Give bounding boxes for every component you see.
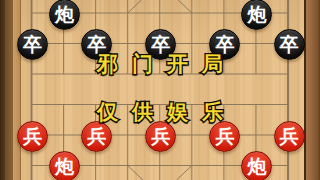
red-soldier-piece[interactable]: 兵: [17, 121, 48, 152]
black-cannon-piece[interactable]: 炮: [241, 0, 272, 30]
red-soldier-piece[interactable]: 兵: [209, 121, 240, 152]
caption-subtitle-char: 仅: [97, 99, 118, 125]
black-cannon-piece[interactable]: 炮: [49, 0, 80, 30]
caption-subtitle: 仅供娱乐: [0, 99, 320, 125]
caption-subtitle-char: 供: [132, 99, 153, 125]
caption-title: 邪门开局: [0, 51, 320, 77]
xiangqi-board: 炮炮卒卒卒卒卒兵兵兵兵兵炮炮 邪门开局 仅供娱乐: [0, 0, 320, 180]
caption-subtitle-char: 乐: [202, 99, 223, 125]
caption-title-char: 门: [132, 51, 153, 77]
caption-title-char: 邪: [97, 51, 118, 77]
board-grid-lines: [0, 0, 320, 180]
caption-title-char: 局: [202, 51, 223, 77]
red-cannon-piece[interactable]: 炮: [241, 151, 272, 180]
red-soldier-piece[interactable]: 兵: [274, 121, 305, 152]
caption-subtitle-char: 娱: [167, 99, 188, 125]
red-soldier-piece[interactable]: 兵: [81, 121, 112, 152]
red-cannon-piece[interactable]: 炮: [49, 151, 80, 180]
red-soldier-piece[interactable]: 兵: [145, 121, 176, 152]
caption-title-char: 开: [167, 51, 188, 77]
